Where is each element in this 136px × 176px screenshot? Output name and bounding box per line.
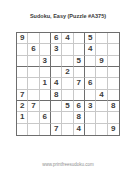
sudoku-cell-r1c8 — [96, 33, 107, 44]
sudoku-cell-r1c7: 5 — [85, 33, 96, 44]
sudoku-cell-r1c1: 9 — [17, 33, 28, 44]
sudoku-cell-r9c1 — [17, 124, 28, 135]
sudoku-cell-r4c1 — [17, 67, 28, 78]
sudoku-cell-r1c2 — [28, 33, 39, 44]
sudoku-cell-r8c4 — [51, 112, 62, 123]
sudoku-cell-r1c3 — [40, 33, 51, 44]
sudoku-cell-r5c8 — [96, 78, 107, 89]
sudoku-cell-r7c3 — [40, 101, 51, 112]
sudoku-cell-r8c1: 1 — [17, 112, 28, 123]
sudoku-cell-r7c4 — [51, 101, 62, 112]
sudoku-cell-r3c6: 5 — [74, 56, 85, 67]
puzzle-title: Sudoku, Easy (Puzzle #A375) — [0, 13, 136, 20]
sudoku-cell-r6c5 — [62, 90, 73, 101]
sudoku-cell-r5c9 — [108, 78, 119, 89]
sudoku-cell-r7c2: 7 — [28, 101, 39, 112]
sudoku-cell-r6c6 — [74, 90, 85, 101]
sudoku-cell-r6c3 — [40, 90, 51, 101]
sudoku-cell-r8c8 — [96, 112, 107, 123]
sudoku-cell-r8c9 — [108, 112, 119, 123]
sudoku-cell-r9c6: 4 — [74, 124, 85, 135]
sudoku-cell-r4c5: 2 — [62, 67, 73, 78]
sudoku-cell-r5c5 — [62, 78, 73, 89]
sudoku-cell-r5c4: 4 — [51, 78, 62, 89]
sudoku-cell-r1c4: 6 — [51, 33, 62, 44]
sudoku-cell-r9c7 — [85, 124, 96, 135]
sudoku-cell-r7c8 — [96, 101, 107, 112]
sudoku-cell-r9c8 — [96, 124, 107, 135]
sudoku-cell-r4c9 — [108, 67, 119, 78]
sudoku-cell-r2c5 — [62, 44, 73, 55]
sudoku-cell-r9c9: 9 — [108, 124, 119, 135]
sudoku-cell-r1c9 — [108, 33, 119, 44]
sudoku-cell-r3c4 — [51, 56, 62, 67]
sudoku-cell-r6c4: 8 — [51, 90, 62, 101]
sudoku-cell-r8c3: 6 — [40, 112, 51, 123]
sudoku-cell-r5c1 — [17, 78, 28, 89]
sudoku-cell-r4c2 — [28, 67, 39, 78]
sudoku-cell-r6c8: 4 — [96, 90, 107, 101]
sudoku-cell-r5c7: 6 — [85, 78, 96, 89]
sudoku-cell-r6c9 — [108, 90, 119, 101]
sudoku-cell-r2c7: 4 — [85, 44, 96, 55]
sudoku-cell-r3c1 — [17, 56, 28, 67]
sudoku-cell-r2c3 — [40, 44, 51, 55]
sudoku-cell-r7c7: 3 — [85, 101, 96, 112]
sudoku-cell-r4c7 — [85, 67, 96, 78]
sudoku-cell-r2c8 — [96, 44, 107, 55]
sudoku-cell-r5c6: 7 — [74, 78, 85, 89]
sudoku-cell-r1c6 — [74, 33, 85, 44]
sudoku-cell-r8c6: 8 — [74, 112, 85, 123]
sudoku-cell-r2c1 — [17, 44, 28, 55]
footer-url: www.printfreesudoku.com — [0, 162, 136, 167]
sudoku-cell-r5c2 — [28, 78, 39, 89]
sudoku-cell-r8c5 — [62, 112, 73, 123]
sudoku-cell-r3c7 — [85, 56, 96, 67]
sudoku-cell-r3c3: 3 — [40, 56, 51, 67]
sudoku-cell-r6c1: 7 — [17, 90, 28, 101]
sudoku-board: 964563435921476784275638168749 — [16, 32, 120, 136]
sudoku-cell-r2c4: 3 — [51, 44, 62, 55]
sudoku-cell-r7c5: 5 — [62, 101, 73, 112]
sudoku-cell-r4c8 — [96, 67, 107, 78]
sudoku-cell-r7c1: 2 — [17, 101, 28, 112]
sudoku-cell-r2c6 — [74, 44, 85, 55]
sudoku-cell-r5c3: 1 — [40, 78, 51, 89]
sudoku-cell-r2c9 — [108, 44, 119, 55]
sudoku-cell-r9c2 — [28, 124, 39, 135]
sudoku-cell-r6c7 — [85, 90, 96, 101]
sudoku-cell-r4c6 — [74, 67, 85, 78]
sudoku-cell-r6c2 — [28, 90, 39, 101]
sudoku-cell-r1c5: 4 — [62, 33, 73, 44]
sudoku-cell-r3c2 — [28, 56, 39, 67]
sudoku-cell-r8c2 — [28, 112, 39, 123]
sudoku-cell-r4c3 — [40, 67, 51, 78]
sudoku-cell-r9c3 — [40, 124, 51, 135]
sudoku-cell-r3c9 — [108, 56, 119, 67]
sudoku-cell-r9c5 — [62, 124, 73, 135]
sudoku-cell-r3c5 — [62, 56, 73, 67]
sudoku-cell-r7c9: 8 — [108, 101, 119, 112]
sudoku-cell-r8c7 — [85, 112, 96, 123]
sudoku-cell-r9c4: 7 — [51, 124, 62, 135]
sudoku-cell-r4c4 — [51, 67, 62, 78]
sudoku-cell-r2c2: 6 — [28, 44, 39, 55]
sudoku-cell-r3c8: 9 — [96, 56, 107, 67]
sudoku-cell-r7c6: 6 — [74, 101, 85, 112]
